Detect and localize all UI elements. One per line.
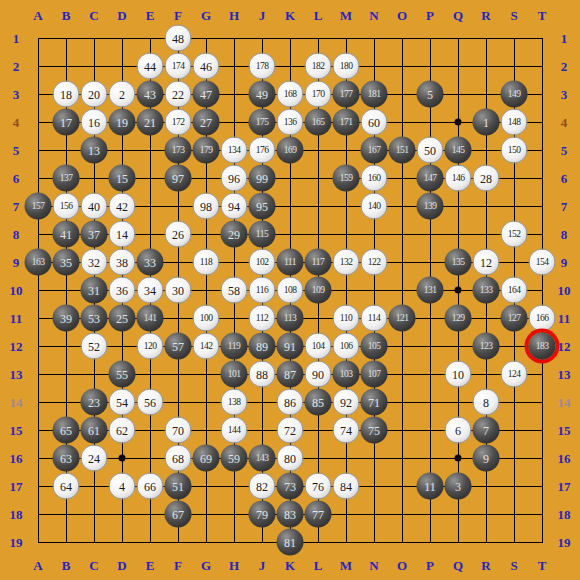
stone-G3-black[interactable]: 47: [193, 81, 220, 108]
stone-L3-white[interactable]: 170: [305, 81, 332, 108]
move-number: 23: [88, 396, 100, 408]
stone-J4-black[interactable]: 175: [249, 109, 276, 136]
stone-D13-black[interactable]: 55: [109, 361, 136, 388]
row-label-left-6: 6: [13, 172, 20, 185]
stone-K3-white[interactable]: 168: [277, 81, 304, 108]
move-number: 61: [88, 424, 100, 436]
row-label-right-10: 10: [558, 284, 571, 297]
stone-F16-white[interactable]: 68: [165, 445, 192, 472]
column-label-top-D: D: [117, 9, 126, 22]
stone-B16-black[interactable]: 63: [53, 445, 80, 472]
stone-E2-white[interactable]: 44: [137, 53, 164, 80]
stone-J17-white[interactable]: 82: [249, 473, 276, 500]
stone-D17-white[interactable]: 4: [109, 473, 136, 500]
column-label-bottom-R: R: [481, 559, 490, 572]
stone-F5-black[interactable]: 173: [165, 137, 192, 164]
move-number: 37: [88, 228, 100, 240]
stone-J2-white[interactable]: 178: [249, 53, 276, 80]
stone-S4-white[interactable]: 148: [501, 109, 528, 136]
move-number: 150: [508, 145, 521, 155]
column-label-top-R: R: [481, 9, 490, 22]
stone-T11-white[interactable]: 166: [529, 305, 556, 332]
stone-B6-black[interactable]: 137: [53, 165, 80, 192]
stone-P7-black[interactable]: 139: [417, 193, 444, 220]
stone-E4-black[interactable]: 21: [137, 109, 164, 136]
move-number: 80: [284, 452, 296, 464]
stone-B8-black[interactable]: 41: [53, 221, 80, 248]
stone-K16-white[interactable]: 80: [277, 445, 304, 472]
stone-J11-white[interactable]: 112: [249, 305, 276, 332]
stone-L13-white[interactable]: 90: [305, 361, 332, 388]
move-number: 120: [144, 341, 157, 351]
stone-P10-black[interactable]: 131: [417, 277, 444, 304]
move-number: 81: [284, 536, 296, 548]
stone-N13-black[interactable]: 107: [361, 361, 388, 388]
column-label-bottom-O: O: [397, 559, 407, 572]
stone-Q13-white[interactable]: 10: [445, 361, 472, 388]
move-number: 140: [368, 201, 381, 211]
stone-C9-white[interactable]: 32: [81, 249, 108, 276]
move-number: 157: [32, 201, 45, 211]
stone-S11-black[interactable]: 127: [501, 305, 528, 332]
move-number: 20: [88, 88, 100, 100]
stone-D9-white[interactable]: 38: [109, 249, 136, 276]
stone-H16-black[interactable]: 59: [221, 445, 248, 472]
stone-K17-black[interactable]: 73: [277, 473, 304, 500]
row-label-left-17: 17: [10, 480, 23, 493]
move-number: 6: [455, 424, 461, 436]
stone-M17-white[interactable]: 84: [333, 473, 360, 500]
stone-M9-white[interactable]: 132: [333, 249, 360, 276]
row-label-left-3: 3: [13, 88, 20, 101]
stone-J10-white[interactable]: 116: [249, 277, 276, 304]
stone-L14-black[interactable]: 85: [305, 389, 332, 416]
stone-J12-black[interactable]: 89: [249, 333, 276, 360]
stone-F17-black[interactable]: 51: [165, 473, 192, 500]
stone-P6-black[interactable]: 147: [417, 165, 444, 192]
stone-M12-white[interactable]: 106: [333, 333, 360, 360]
stone-C7-white[interactable]: 40: [81, 193, 108, 220]
stone-G4-black[interactable]: 27: [193, 109, 220, 136]
column-label-top-L: L: [314, 9, 323, 22]
stone-J6-black[interactable]: 99: [249, 165, 276, 192]
stone-L18-black[interactable]: 77: [305, 501, 332, 528]
move-number: 129: [452, 313, 465, 323]
stone-H10-white[interactable]: 58: [221, 277, 248, 304]
column-label-top-B: B: [62, 9, 71, 22]
stone-Q6-white[interactable]: 146: [445, 165, 472, 192]
move-number: 76: [312, 480, 324, 492]
stone-E12-white[interactable]: 120: [137, 333, 164, 360]
stone-D8-white[interactable]: 14: [109, 221, 136, 248]
stone-N6-white[interactable]: 160: [361, 165, 388, 192]
stone-L17-white[interactable]: 76: [305, 473, 332, 500]
move-number: 24: [88, 452, 100, 464]
move-number: 180: [340, 61, 353, 71]
star-point-D16: [119, 455, 126, 462]
stone-D10-white[interactable]: 36: [109, 277, 136, 304]
stone-C16-white[interactable]: 24: [81, 445, 108, 472]
stone-S8-white[interactable]: 152: [501, 221, 528, 248]
stone-D4-black[interactable]: 19: [109, 109, 136, 136]
stone-C14-black[interactable]: 23: [81, 389, 108, 416]
move-number: 60: [368, 116, 380, 128]
column-label-top-S: S: [510, 9, 517, 22]
stone-E14-white[interactable]: 56: [137, 389, 164, 416]
stone-P5-white[interactable]: 50: [417, 137, 444, 164]
move-number: 64: [60, 480, 72, 492]
stone-R14-white[interactable]: 8: [473, 389, 500, 416]
move-number: 124: [508, 369, 521, 379]
stone-H12-black[interactable]: 119: [221, 333, 248, 360]
stone-H15-white[interactable]: 144: [221, 417, 248, 444]
row-label-right-15: 15: [558, 424, 571, 437]
stone-S10-white[interactable]: 164: [501, 277, 528, 304]
column-label-bottom-K: K: [285, 559, 295, 572]
stone-L10-black[interactable]: 109: [305, 277, 332, 304]
stone-N5-black[interactable]: 167: [361, 137, 388, 164]
move-number: 170: [312, 89, 325, 99]
stone-J9-white[interactable]: 102: [249, 249, 276, 276]
move-number: 34: [144, 284, 156, 296]
move-number: 19: [116, 116, 128, 128]
stone-N9-white[interactable]: 122: [361, 249, 388, 276]
stone-J8-black[interactable]: 115: [249, 221, 276, 248]
stone-K18-black[interactable]: 83: [277, 501, 304, 528]
stone-K12-black[interactable]: 91: [277, 333, 304, 360]
stone-R12-black[interactable]: 123: [473, 333, 500, 360]
column-label-bottom-C: C: [89, 559, 98, 572]
move-number: 171: [340, 117, 353, 127]
column-label-top-O: O: [397, 9, 407, 22]
row-label-left-9: 9: [13, 256, 20, 269]
move-number: 91: [284, 340, 296, 352]
stone-J7-black[interactable]: 95: [249, 193, 276, 220]
column-label-bottom-N: N: [369, 559, 378, 572]
move-number: 31: [88, 284, 100, 296]
move-number: 147: [424, 173, 437, 183]
move-number: 56: [144, 396, 156, 408]
move-number: 105: [368, 341, 381, 351]
move-number: 110: [340, 313, 352, 323]
stone-H7-white[interactable]: 94: [221, 193, 248, 220]
move-number: 41: [60, 228, 72, 240]
stone-M2-white[interactable]: 180: [333, 53, 360, 80]
stone-C8-black[interactable]: 37: [81, 221, 108, 248]
stone-N11-white[interactable]: 114: [361, 305, 388, 332]
column-label-top-F: F: [174, 9, 182, 22]
move-number: 133: [480, 285, 493, 295]
stone-K10-white[interactable]: 108: [277, 277, 304, 304]
move-number: 9: [483, 452, 489, 464]
move-number: 70: [172, 424, 184, 436]
row-label-right-1: 1: [561, 32, 568, 45]
row-label-left-7: 7: [13, 200, 20, 213]
stone-B4-black[interactable]: 17: [53, 109, 80, 136]
stone-D14-white[interactable]: 54: [109, 389, 136, 416]
move-number: 62: [116, 424, 128, 436]
stone-O5-black[interactable]: 151: [389, 137, 416, 164]
stone-Q5-black[interactable]: 145: [445, 137, 472, 164]
stone-H6-white[interactable]: 96: [221, 165, 248, 192]
stone-R4-black[interactable]: 1: [473, 109, 500, 136]
stone-J13-white[interactable]: 88: [249, 361, 276, 388]
row-label-left-14: 14: [10, 396, 23, 409]
stone-D6-black[interactable]: 15: [109, 165, 136, 192]
stone-E10-white[interactable]: 34: [137, 277, 164, 304]
stone-G5-black[interactable]: 179: [193, 137, 220, 164]
column-label-bottom-B: B: [62, 559, 71, 572]
move-number: 48: [172, 32, 184, 44]
stone-M3-black[interactable]: 177: [333, 81, 360, 108]
stone-G9-white[interactable]: 118: [193, 249, 220, 276]
move-number: 119: [228, 341, 240, 351]
stone-F8-white[interactable]: 26: [165, 221, 192, 248]
column-label-bottom-T: T: [538, 559, 547, 572]
move-number: 176: [256, 145, 269, 155]
move-number: 101: [228, 369, 241, 379]
stone-D3-white[interactable]: 2: [109, 81, 136, 108]
stone-T9-white[interactable]: 154: [529, 249, 556, 276]
stone-K15-white[interactable]: 72: [277, 417, 304, 444]
move-number: 51: [172, 480, 184, 492]
stone-A7-black[interactable]: 157: [25, 193, 52, 220]
move-number: 108: [284, 285, 297, 295]
stone-C15-black[interactable]: 61: [81, 417, 108, 444]
stone-C5-black[interactable]: 13: [81, 137, 108, 164]
stone-B15-black[interactable]: 65: [53, 417, 80, 444]
move-number: 27: [200, 116, 212, 128]
column-label-bottom-J: J: [259, 559, 266, 572]
stone-B17-white[interactable]: 64: [53, 473, 80, 500]
stone-F18-black[interactable]: 67: [165, 501, 192, 528]
stone-R9-white[interactable]: 12: [473, 249, 500, 276]
stone-B11-black[interactable]: 39: [53, 305, 80, 332]
move-number: 138: [228, 397, 241, 407]
move-number: 104: [312, 341, 325, 351]
stone-K5-black[interactable]: 169: [277, 137, 304, 164]
stone-Q9-black[interactable]: 135: [445, 249, 472, 276]
move-number: 63: [60, 452, 72, 464]
stone-C4-white[interactable]: 16: [81, 109, 108, 136]
column-label-top-N: N: [369, 9, 378, 22]
move-number: 39: [60, 312, 72, 324]
stone-L12-white[interactable]: 104: [305, 333, 332, 360]
row-label-right-18: 18: [558, 508, 571, 521]
stone-R16-black[interactable]: 9: [473, 445, 500, 472]
row-label-left-8: 8: [13, 228, 20, 241]
stone-O11-black[interactable]: 121: [389, 305, 416, 332]
stone-H5-white[interactable]: 134: [221, 137, 248, 164]
row-label-right-16: 16: [558, 452, 571, 465]
move-number: 69: [200, 452, 212, 464]
stone-T12-black[interactable]: 183: [529, 333, 556, 360]
row-label-left-18: 18: [10, 508, 23, 521]
move-number: 32: [88, 256, 100, 268]
move-number: 25: [116, 312, 128, 324]
move-number: 72: [284, 424, 296, 436]
move-number: 127: [508, 313, 521, 323]
stone-E3-black[interactable]: 43: [137, 81, 164, 108]
move-number: 100: [200, 313, 213, 323]
stone-E17-white[interactable]: 66: [137, 473, 164, 500]
row-label-right-14: 14: [558, 396, 571, 409]
stone-H8-black[interactable]: 29: [221, 221, 248, 248]
stone-P17-black[interactable]: 11: [417, 473, 444, 500]
stone-M13-black[interactable]: 103: [333, 361, 360, 388]
stone-S3-black[interactable]: 149: [501, 81, 528, 108]
stone-S5-white[interactable]: 150: [501, 137, 528, 164]
stone-M15-white[interactable]: 74: [333, 417, 360, 444]
row-label-right-9: 9: [561, 256, 568, 269]
stone-J3-black[interactable]: 49: [249, 81, 276, 108]
move-number: 109: [312, 285, 325, 295]
move-number: 35: [60, 256, 72, 268]
stone-K4-white[interactable]: 136: [277, 109, 304, 136]
move-number: 83: [284, 508, 296, 520]
row-label-left-5: 5: [13, 144, 20, 157]
stone-D7-white[interactable]: 42: [109, 193, 136, 220]
move-number: 73: [284, 480, 296, 492]
stone-G12-white[interactable]: 142: [193, 333, 220, 360]
stone-H14-white[interactable]: 138: [221, 389, 248, 416]
stone-K14-white[interactable]: 86: [277, 389, 304, 416]
move-number: 139: [424, 201, 437, 211]
move-number: 30: [172, 284, 184, 296]
stone-M4-black[interactable]: 171: [333, 109, 360, 136]
move-number: 102: [256, 257, 269, 267]
move-number: 21: [144, 116, 156, 128]
move-number: 137: [60, 173, 73, 183]
stone-G11-white[interactable]: 100: [193, 305, 220, 332]
stone-J5-white[interactable]: 176: [249, 137, 276, 164]
stone-A9-black[interactable]: 163: [25, 249, 52, 276]
stone-B3-white[interactable]: 18: [53, 81, 80, 108]
stone-F15-white[interactable]: 70: [165, 417, 192, 444]
move-number: 148: [508, 117, 521, 127]
stone-C10-black[interactable]: 31: [81, 277, 108, 304]
stone-B7-white[interactable]: 156: [53, 193, 80, 220]
stone-F1-white[interactable]: 48: [165, 25, 192, 52]
row-label-right-12: 12: [558, 340, 571, 353]
stone-E9-black[interactable]: 33: [137, 249, 164, 276]
stone-J16-black[interactable]: 143: [249, 445, 276, 472]
move-number: 5: [427, 88, 433, 100]
move-number: 182: [312, 61, 325, 71]
column-label-bottom-D: D: [117, 559, 126, 572]
stone-F12-black[interactable]: 57: [165, 333, 192, 360]
stone-R15-black[interactable]: 7: [473, 417, 500, 444]
stone-M6-black[interactable]: 159: [333, 165, 360, 192]
stone-L4-black[interactable]: 165: [305, 109, 332, 136]
stone-N14-black[interactable]: 71: [361, 389, 388, 416]
move-number: 75: [368, 424, 380, 436]
stone-N7-white[interactable]: 140: [361, 193, 388, 220]
row-label-left-11: 11: [10, 312, 22, 325]
stone-C11-black[interactable]: 53: [81, 305, 108, 332]
stone-F3-white[interactable]: 22: [165, 81, 192, 108]
stone-E11-black[interactable]: 141: [137, 305, 164, 332]
move-number: 54: [116, 396, 128, 408]
stone-K19-black[interactable]: 81: [277, 529, 304, 556]
stone-P3-black[interactable]: 5: [417, 81, 444, 108]
stone-K9-black[interactable]: 111: [277, 249, 304, 276]
stone-D15-white[interactable]: 62: [109, 417, 136, 444]
stone-N12-black[interactable]: 105: [361, 333, 388, 360]
stone-M14-white[interactable]: 92: [333, 389, 360, 416]
stone-R10-black[interactable]: 133: [473, 277, 500, 304]
stone-H13-black[interactable]: 101: [221, 361, 248, 388]
column-label-top-E: E: [146, 9, 155, 22]
column-label-top-P: P: [426, 9, 434, 22]
stone-S13-white[interactable]: 124: [501, 361, 528, 388]
move-number: 55: [116, 368, 128, 380]
row-label-right-7: 7: [561, 200, 568, 213]
stone-K13-black[interactable]: 87: [277, 361, 304, 388]
column-label-top-K: K: [285, 9, 295, 22]
stone-C12-white[interactable]: 52: [81, 333, 108, 360]
stone-D11-black[interactable]: 25: [109, 305, 136, 332]
stone-L2-white[interactable]: 182: [305, 53, 332, 80]
column-label-top-Q: Q: [453, 9, 463, 22]
row-label-right-2: 2: [561, 60, 568, 73]
stone-G2-white[interactable]: 46: [193, 53, 220, 80]
stone-F2-white[interactable]: 174: [165, 53, 192, 80]
move-number: 10: [452, 368, 464, 380]
stone-L9-black[interactable]: 117: [305, 249, 332, 276]
stone-N4-white[interactable]: 60: [361, 109, 388, 136]
move-number: 114: [368, 313, 380, 323]
move-number: 142: [200, 341, 213, 351]
stone-F4-white[interactable]: 172: [165, 109, 192, 136]
move-number: 46: [200, 60, 212, 72]
stone-C3-white[interactable]: 20: [81, 81, 108, 108]
move-number: 122: [368, 257, 381, 267]
move-number: 2: [119, 88, 125, 100]
move-number: 4: [119, 480, 125, 492]
move-number: 57: [172, 340, 184, 352]
row-label-right-4: 4: [561, 116, 568, 129]
move-number: 86: [284, 396, 296, 408]
stone-N15-black[interactable]: 75: [361, 417, 388, 444]
move-number: 151: [396, 145, 409, 155]
stone-Q15-white[interactable]: 6: [445, 417, 472, 444]
stone-R6-white[interactable]: 28: [473, 165, 500, 192]
move-number: 47: [200, 88, 212, 100]
move-number: 53: [88, 312, 100, 324]
stone-J18-black[interactable]: 79: [249, 501, 276, 528]
stone-F6-black[interactable]: 97: [165, 165, 192, 192]
stone-Q17-black[interactable]: 3: [445, 473, 472, 500]
move-number: 52: [88, 340, 100, 352]
stone-G7-white[interactable]: 98: [193, 193, 220, 220]
stone-G16-black[interactable]: 69: [193, 445, 220, 472]
move-number: 174: [172, 61, 185, 71]
stone-F10-white[interactable]: 30: [165, 277, 192, 304]
move-number: 156: [60, 201, 73, 211]
stone-Q11-black[interactable]: 129: [445, 305, 472, 332]
move-number: 67: [172, 508, 184, 520]
move-number: 103: [340, 369, 353, 379]
move-number: 12: [480, 256, 492, 268]
move-number: 159: [340, 173, 353, 183]
stone-B9-black[interactable]: 35: [53, 249, 80, 276]
column-label-bottom-A: A: [33, 559, 42, 572]
stone-N3-black[interactable]: 181: [361, 81, 388, 108]
stone-M11-white[interactable]: 110: [333, 305, 360, 332]
stone-K11-black[interactable]: 113: [277, 305, 304, 332]
column-label-bottom-P: P: [426, 559, 434, 572]
